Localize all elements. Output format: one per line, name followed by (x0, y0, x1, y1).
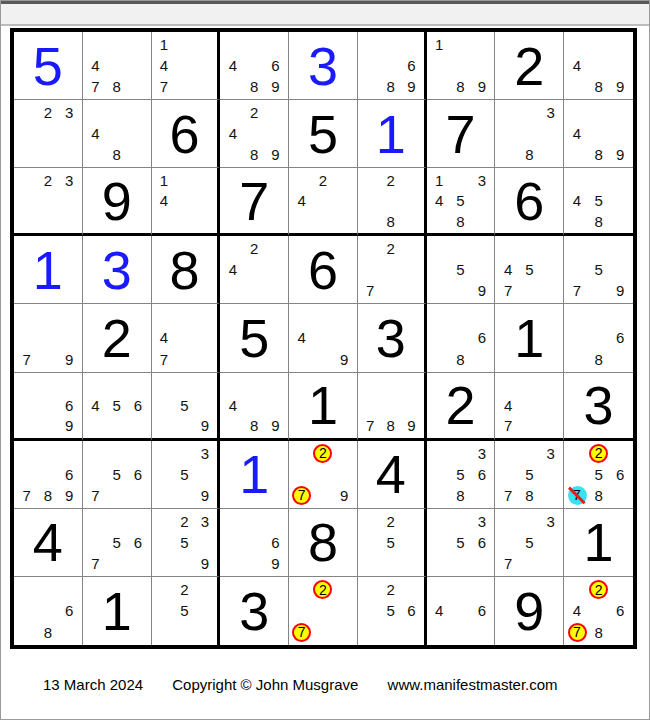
candidate: 2 (588, 443, 610, 464)
candidate: 4 (566, 191, 588, 211)
candidate: 5 (588, 464, 610, 485)
candidate: 5 (380, 600, 401, 621)
candidate: 9 (471, 280, 492, 301)
circled-candidate: 2 (589, 444, 608, 463)
candidate: 7 (566, 280, 588, 301)
cell-r8c7[interactable]: 356 (427, 509, 496, 577)
candidate-grid: 27 (358, 236, 424, 303)
candidate: 7 (16, 349, 37, 370)
candidate: 8 (519, 144, 540, 165)
cell-r5c6[interactable]: 3 (358, 304, 427, 372)
candidate: 5 (450, 532, 471, 553)
candidate: 9 (334, 349, 355, 370)
candidate-grid: 46 (427, 577, 495, 645)
candidate: 6 (609, 600, 631, 621)
candidate: 3 (471, 443, 492, 464)
candidate-grid: 25678 (564, 441, 633, 508)
candidate: 6 (127, 464, 148, 485)
candidate: 9 (609, 280, 631, 301)
candidate: 5 (106, 464, 127, 485)
candidate: 4 (291, 327, 312, 348)
candidate: 7 (497, 280, 518, 301)
candidate-grid: 59 (152, 373, 218, 438)
candidate-grid: 357 (495, 509, 563, 576)
candidate: 3 (540, 511, 561, 532)
candidate: 6 (401, 600, 422, 621)
candidate: 4 (154, 327, 175, 348)
candidate: 2 (380, 579, 401, 600)
cell-r9c5[interactable]: 27 (289, 577, 358, 645)
candidate: 9 (59, 349, 80, 370)
cell-r8c3[interactable]: 2359 (152, 509, 221, 577)
cell-r4c6[interactable]: 27 (358, 236, 427, 304)
candidate: 5 (519, 464, 540, 485)
candidate: 8 (588, 485, 610, 506)
candidate-grid: 489 (220, 373, 288, 438)
candidate: 2 (174, 511, 195, 532)
cell-r2c2[interactable]: 48 (83, 100, 152, 168)
cell-r5c4[interactable]: 5 (220, 304, 289, 372)
candidate-grid: 567 (83, 441, 151, 508)
candidate: 9 (401, 76, 422, 97)
toolbar-divider (1, 24, 649, 26)
candidate: 8 (244, 144, 265, 165)
candidate: 6 (609, 464, 631, 485)
candidate: 4 (429, 600, 450, 621)
candidate: 9 (265, 76, 286, 97)
candidate: 7 (291, 622, 312, 643)
candidate: 5 (380, 532, 401, 553)
candidate: 4 (85, 123, 106, 144)
cell-r9c7[interactable]: 46 (427, 577, 496, 645)
cell-r1c2[interactable]: 478 (83, 32, 152, 100)
candidate: 6 (471, 600, 492, 621)
candidate: 9 (59, 415, 80, 435)
candidate: 6 (471, 532, 492, 553)
candidate: 8 (450, 76, 471, 97)
candidate: 1 (429, 34, 450, 55)
candidate: 2 (380, 511, 401, 532)
candidate-grid: 69 (14, 373, 82, 438)
candidate: 1 (154, 34, 175, 55)
candidate: 1 (429, 170, 450, 190)
cell-r2c5[interactable]: 5 (289, 100, 358, 168)
candidate: 5 (174, 464, 195, 485)
candidate-grid: 579 (564, 236, 633, 303)
cell-r7c9[interactable]: 25678 (564, 441, 633, 509)
cell-r9c1[interactable]: 68 (14, 577, 83, 645)
candidate-grid: 24 (289, 168, 357, 233)
candidate: 8 (588, 349, 610, 370)
cell-r4c1[interactable]: 1 (14, 236, 83, 304)
candidate: 7 (497, 415, 518, 435)
circled-candidate: 7 (292, 623, 311, 642)
cell-r2c7[interactable]: 7 (427, 100, 496, 168)
cell-r2c9[interactable]: 489 (564, 100, 633, 168)
candidate: 7 (566, 622, 588, 643)
candidate: 4 (497, 259, 518, 280)
candidate: 6 (59, 600, 80, 621)
candidate-grid: 458 (564, 168, 633, 233)
cell-r2c1[interactable]: 23 (14, 100, 83, 168)
toolbar-strip (1, 4, 649, 24)
footer-copyright: Copyright © John Musgrave (172, 676, 358, 693)
candidate: 6 (401, 55, 422, 76)
candidate: 9 (195, 485, 216, 506)
candidate: 3 (471, 170, 492, 190)
sudoku-board: 5478147468936891892489234862489517384892… (10, 28, 637, 649)
candidate-grid: 68 (564, 304, 633, 371)
cell-r3c8[interactable]: 6 (495, 168, 564, 236)
cell-r6c3[interactable]: 59 (152, 373, 221, 441)
candidate: 4 (154, 191, 175, 211)
cell-r3c4[interactable]: 7 (220, 168, 289, 236)
cell-r6c9[interactable]: 3 (564, 373, 633, 441)
cell-r7c7[interactable]: 3568 (427, 441, 496, 509)
cell-r3c9[interactable]: 458 (564, 168, 633, 236)
candidate: 8 (450, 349, 471, 370)
candidate: 2 (588, 579, 610, 600)
cell-r8c9[interactable]: 1 (564, 509, 633, 577)
candidate-grid: 47 (152, 304, 218, 371)
candidate: 8 (450, 211, 471, 231)
candidate: 5 (174, 395, 195, 415)
candidate-grid: 69 (220, 509, 288, 576)
candidate: 3 (540, 443, 561, 464)
circled-candidate: 2 (313, 580, 332, 599)
candidate: 8 (106, 144, 127, 165)
cell-r7c4[interactable]: 1 (220, 441, 289, 509)
cell-r1c7[interactable]: 189 (427, 32, 496, 100)
candidate-grid: 478 (83, 32, 151, 99)
candidate-grid: 359 (152, 441, 218, 508)
circled-candidate: 2 (313, 444, 332, 463)
cell-r5c2[interactable]: 2 (83, 304, 152, 372)
candidate: 9 (265, 553, 286, 574)
candidate: 4 (222, 395, 243, 415)
candidate: 5 (174, 600, 195, 621)
cell-r7c5[interactable]: 279 (289, 441, 358, 509)
cell-r7c3[interactable]: 359 (152, 441, 221, 509)
candidate-grid: 49 (289, 304, 357, 371)
candidate: 2 (380, 238, 401, 259)
cell-r4c4[interactable]: 24 (220, 236, 289, 304)
cell-r8c2[interactable]: 567 (83, 509, 152, 577)
cell-r4c9[interactable]: 579 (564, 236, 633, 304)
candidate: 7 (154, 76, 175, 97)
candidate: 6 (127, 395, 148, 415)
footer-website-link[interactable]: www.manifestmaster.com (388, 676, 558, 693)
candidate: 9 (471, 76, 492, 97)
candidate: 8 (588, 144, 610, 165)
candidate: 8 (244, 76, 265, 97)
cell-r9c3[interactable]: 25 (152, 577, 221, 645)
candidate-grid: 38 (495, 100, 563, 167)
candidate-grid: 48 (83, 100, 151, 167)
candidate: 2 (312, 170, 333, 190)
candidate: 5 (450, 191, 471, 211)
candidate: 8 (588, 76, 610, 97)
candidate: 7 (85, 485, 106, 506)
cell-r2c3[interactable]: 6 (152, 100, 221, 168)
candidate: 4 (222, 55, 243, 76)
candidate: 9 (265, 144, 286, 165)
candidate: 8 (380, 211, 401, 231)
candidate: 5 (450, 259, 471, 280)
cell-r1c3[interactable]: 147 (152, 32, 221, 100)
candidate: 7 (360, 415, 381, 435)
cell-r9c9[interactable]: 24678 (564, 577, 633, 645)
cell-r6c8[interactable]: 47 (495, 373, 564, 441)
cell-r6c1[interactable]: 69 (14, 373, 83, 441)
cell-r6c5[interactable]: 1 (289, 373, 358, 441)
candidate: 5 (588, 191, 610, 211)
candidate-grid: 24678 (564, 577, 633, 645)
cell-r3c5[interactable]: 24 (289, 168, 358, 236)
cell-r3c2[interactable]: 9 (83, 168, 152, 236)
cell-r1c9[interactable]: 489 (564, 32, 633, 100)
cell-r5c8[interactable]: 1 (495, 304, 564, 372)
candidate: 9 (265, 415, 286, 435)
cell-r5c5[interactable]: 49 (289, 304, 358, 372)
candidate: 8 (106, 76, 127, 97)
candidate: 4 (154, 55, 175, 76)
candidate: 8 (588, 622, 610, 643)
candidate-grid: 79 (14, 304, 82, 371)
candidate: 5 (519, 532, 540, 553)
candidate: 3 (59, 102, 80, 123)
candidate-grid: 6789 (14, 441, 82, 508)
candidate-grid: 23 (14, 168, 82, 233)
candidate: 6 (59, 395, 80, 415)
footer-date: 13 March 2024 (43, 676, 143, 693)
candidate: 9 (401, 415, 422, 435)
candidate: 5 (106, 532, 127, 553)
cell-r6c2[interactable]: 456 (83, 373, 152, 441)
cell-r7c8[interactable]: 3578 (495, 441, 564, 509)
cell-r5c9[interactable]: 68 (564, 304, 633, 372)
cell-r6c4[interactable]: 489 (220, 373, 289, 441)
cell-r9c8[interactable]: 9 (495, 577, 564, 645)
candidate: 3 (59, 170, 80, 190)
candidate: 2 (174, 579, 195, 600)
candidate: 2 (37, 170, 58, 190)
candidate: 6 (471, 464, 492, 485)
candidate-grid: 68 (427, 304, 495, 371)
cell-r8c4[interactable]: 69 (220, 509, 289, 577)
cell-r9c2[interactable]: 1 (83, 577, 152, 645)
cell-r4c5[interactable]: 6 (289, 236, 358, 304)
candidate-grid: 59 (427, 236, 495, 303)
candidate-grid: 489 (564, 32, 633, 99)
candidate: 6 (265, 532, 286, 553)
cell-r6c6[interactable]: 789 (358, 373, 427, 441)
candidate: 4 (566, 123, 588, 144)
cell-r1c4[interactable]: 4689 (220, 32, 289, 100)
candidate-grid: 2489 (220, 100, 288, 167)
candidate: 9 (334, 485, 355, 506)
candidate: 7 (85, 553, 106, 574)
candidate: 8 (380, 415, 401, 435)
candidate: 5 (519, 259, 540, 280)
candidate: 9 (609, 144, 631, 165)
cell-r8c6[interactable]: 25 (358, 509, 427, 577)
candidate: 4 (566, 600, 588, 621)
candidate: 3 (471, 511, 492, 532)
cell-r8c8[interactable]: 357 (495, 509, 564, 577)
candidate-grid: 456 (83, 373, 151, 438)
candidate: 6 (609, 327, 631, 348)
cell-r4c3[interactable]: 8 (152, 236, 221, 304)
candidate-grid: 28 (358, 168, 424, 233)
cell-r5c7[interactable]: 68 (427, 304, 496, 372)
candidate: 4 (222, 259, 243, 280)
cell-r1c6[interactable]: 689 (358, 32, 427, 100)
cell-r4c8[interactable]: 457 (495, 236, 564, 304)
candidate-grid: 256 (358, 577, 424, 645)
candidate: 8 (244, 415, 265, 435)
candidate-grid: 189 (427, 32, 495, 99)
candidate-grid: 279 (289, 441, 357, 508)
cell-r6c7[interactable]: 2 (427, 373, 496, 441)
candidate: 9 (195, 415, 216, 435)
candidate: 4 (85, 395, 106, 415)
candidate: 7 (16, 485, 37, 506)
candidate-grid: 489 (564, 100, 633, 167)
candidate: 7 (291, 485, 312, 506)
candidate: 7 (85, 76, 106, 97)
candidate-grid: 4689 (220, 32, 288, 99)
cell-r4c7[interactable]: 59 (427, 236, 496, 304)
candidate: 9 (195, 553, 216, 574)
cell-r7c2[interactable]: 567 (83, 441, 152, 509)
candidate-grid: 25 (152, 577, 218, 645)
candidate: 2 (244, 238, 265, 259)
cell-r9c4[interactable]: 3 (220, 577, 289, 645)
eliminated-candidate: 7 (568, 486, 587, 505)
cell-r2c4[interactable]: 2489 (220, 100, 289, 168)
candidate: 2 (312, 579, 333, 600)
circled-candidate: 7 (292, 486, 311, 505)
candidate: 2 (380, 170, 401, 190)
candidate: 4 (222, 123, 243, 144)
candidate-grid: 3568 (427, 441, 495, 508)
cell-r7c1[interactable]: 6789 (14, 441, 83, 509)
candidate: 6 (471, 327, 492, 348)
candidate-grid: 3578 (495, 441, 563, 508)
candidate-grid: 14 (152, 168, 218, 233)
circled-candidate: 2 (589, 580, 608, 599)
candidate: 5 (588, 259, 610, 280)
candidate: 8 (37, 485, 58, 506)
cell-r2c6[interactable]: 1 (358, 100, 427, 168)
candidate: 4 (291, 191, 312, 211)
candidate: 8 (450, 485, 471, 506)
candidate: 9 (59, 485, 80, 506)
candidate: 8 (380, 76, 401, 97)
candidate: 5 (450, 464, 471, 485)
cell-r8c1[interactable]: 4 (14, 509, 83, 577)
candidate: 6 (59, 464, 80, 485)
candidate-grid: 27 (289, 577, 357, 645)
candidate-grid: 356 (427, 509, 495, 576)
candidate: 3 (195, 511, 216, 532)
candidate: 2 (244, 102, 265, 123)
candidate: 6 (265, 55, 286, 76)
cell-r2c8[interactable]: 38 (495, 100, 564, 168)
candidate-grid: 2359 (152, 509, 218, 576)
footer: 13 March 2024 Copyright © John Musgrave … (43, 676, 558, 693)
candidate-grid: 789 (358, 373, 424, 438)
candidate-grid: 147 (152, 32, 218, 99)
candidate: 9 (609, 76, 631, 97)
cell-r3c3[interactable]: 14 (152, 168, 221, 236)
candidate: 4 (497, 395, 518, 415)
cell-r7c6[interactable]: 4 (358, 441, 427, 509)
cell-r3c7[interactable]: 13458 (427, 168, 496, 236)
candidate-grid: 13458 (427, 168, 495, 233)
cell-r3c6[interactable]: 28 (358, 168, 427, 236)
candidate: 6 (127, 532, 148, 553)
candidate: 5 (174, 532, 195, 553)
candidate: 2 (312, 443, 333, 464)
candidate: 3 (540, 102, 561, 123)
candidate-grid: 24 (220, 236, 288, 303)
cell-r1c5[interactable]: 3 (289, 32, 358, 100)
cell-r4c2[interactable]: 3 (83, 236, 152, 304)
circled-candidate: 7 (568, 623, 587, 642)
candidate: 7 (360, 280, 381, 301)
candidate: 4 (429, 191, 450, 211)
candidate-grid: 68 (14, 577, 82, 645)
candidate: 5 (106, 395, 127, 415)
candidate: 8 (519, 485, 540, 506)
candidate-grid: 457 (495, 236, 563, 303)
candidate: 3 (195, 443, 216, 464)
candidate-grid: 567 (83, 509, 151, 576)
candidate: 7 (154, 349, 175, 370)
candidate-grid: 689 (358, 32, 424, 99)
candidate: 7 (497, 485, 518, 506)
candidate-grid: 47 (495, 373, 563, 438)
cell-r5c3[interactable]: 47 (152, 304, 221, 372)
candidate: 8 (37, 622, 58, 643)
candidate: 7 (497, 553, 518, 574)
candidate: 4 (566, 55, 588, 76)
cell-r1c8[interactable]: 2 (495, 32, 564, 100)
candidate: 4 (85, 55, 106, 76)
candidate: 1 (154, 170, 175, 190)
cell-r3c1[interactable]: 23 (14, 168, 83, 236)
candidate: 8 (588, 211, 610, 231)
candidate: 2 (37, 102, 58, 123)
cell-r9c6[interactable]: 256 (358, 577, 427, 645)
cell-r5c1[interactable]: 79 (14, 304, 83, 372)
page: 5478147468936891892489234862489517384892… (0, 0, 650, 720)
cell-r8c5[interactable]: 8 (289, 509, 358, 577)
cell-r1c1[interactable]: 5 (14, 32, 83, 100)
candidate-grid: 25 (358, 509, 424, 576)
candidate: 7 (566, 485, 588, 506)
candidate-grid: 23 (14, 100, 82, 167)
